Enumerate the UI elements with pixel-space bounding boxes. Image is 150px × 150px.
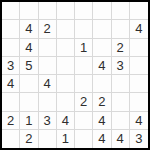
cell-r1c1[interactable] bbox=[2, 2, 20, 20]
cell-r3c5[interactable]: 1 bbox=[75, 39, 93, 57]
cell-r6c2[interactable] bbox=[20, 93, 38, 111]
cell-r2c6[interactable] bbox=[93, 20, 111, 38]
cell-r3c7[interactable]: 2 bbox=[112, 39, 130, 57]
cell-r4c4[interactable] bbox=[57, 57, 75, 75]
cell-r8c8[interactable]: 3 bbox=[130, 130, 148, 148]
cell-r5c6[interactable] bbox=[93, 75, 111, 93]
cell-r4c1[interactable]: 3 bbox=[2, 57, 20, 75]
cell-r6c7[interactable] bbox=[112, 93, 130, 111]
cell-r7c1[interactable]: 2 bbox=[2, 112, 20, 130]
cell-r5c4[interactable] bbox=[57, 75, 75, 93]
cell-r2c5[interactable] bbox=[75, 20, 93, 38]
cell-r2c8[interactable]: 4 bbox=[130, 20, 148, 38]
cell-r8c4[interactable]: 1 bbox=[57, 130, 75, 148]
cell-r2c7[interactable] bbox=[112, 20, 130, 38]
cell-r1c8[interactable] bbox=[130, 2, 148, 20]
cell-r6c8[interactable] bbox=[130, 93, 148, 111]
cell-r4c3[interactable] bbox=[39, 57, 57, 75]
cell-r1c6[interactable] bbox=[93, 2, 111, 20]
cell-r7c2[interactable]: 1 bbox=[20, 112, 38, 130]
cell-r7c8[interactable]: 4 bbox=[130, 112, 148, 130]
cell-r4c8[interactable] bbox=[130, 57, 148, 75]
cell-r6c4[interactable] bbox=[57, 93, 75, 111]
puzzle-board: 4244123543442221344421443 bbox=[0, 0, 150, 150]
cell-r5c8[interactable] bbox=[130, 75, 148, 93]
cell-r3c4[interactable] bbox=[57, 39, 75, 57]
cell-r2c2[interactable]: 4 bbox=[20, 20, 38, 38]
cell-r7c5[interactable] bbox=[75, 112, 93, 130]
cell-r2c4[interactable] bbox=[57, 20, 75, 38]
cell-r1c2[interactable] bbox=[20, 2, 38, 20]
cell-r6c6[interactable]: 2 bbox=[93, 93, 111, 111]
cell-r7c7[interactable] bbox=[112, 112, 130, 130]
cell-r8c2[interactable]: 2 bbox=[20, 130, 38, 148]
cell-r4c7[interactable]: 3 bbox=[112, 57, 130, 75]
cell-r1c3[interactable] bbox=[39, 2, 57, 20]
cell-r8c6[interactable]: 4 bbox=[93, 130, 111, 148]
cell-r3c2[interactable]: 4 bbox=[20, 39, 38, 57]
cell-r3c6[interactable] bbox=[93, 39, 111, 57]
cell-r6c3[interactable] bbox=[39, 93, 57, 111]
cell-r4c5[interactable] bbox=[75, 57, 93, 75]
cell-r1c4[interactable] bbox=[57, 2, 75, 20]
cell-r3c8[interactable] bbox=[130, 39, 148, 57]
cell-r3c3[interactable] bbox=[39, 39, 57, 57]
cell-r3c1[interactable] bbox=[2, 39, 20, 57]
cell-r8c3[interactable] bbox=[39, 130, 57, 148]
cell-r5c7[interactable] bbox=[112, 75, 130, 93]
cell-r7c4[interactable]: 4 bbox=[57, 112, 75, 130]
cell-r2c1[interactable] bbox=[2, 20, 20, 38]
cell-r1c5[interactable] bbox=[75, 2, 93, 20]
cell-r5c3[interactable]: 4 bbox=[39, 75, 57, 93]
cell-r7c6[interactable]: 4 bbox=[93, 112, 111, 130]
cell-r8c7[interactable]: 4 bbox=[112, 130, 130, 148]
cell-r8c5[interactable] bbox=[75, 130, 93, 148]
cell-r5c5[interactable] bbox=[75, 75, 93, 93]
cell-r4c6[interactable]: 4 bbox=[93, 57, 111, 75]
cell-r6c5[interactable]: 2 bbox=[75, 93, 93, 111]
cell-r2c3[interactable]: 2 bbox=[39, 20, 57, 38]
cell-r5c1[interactable]: 4 bbox=[2, 75, 20, 93]
cell-r1c7[interactable] bbox=[112, 2, 130, 20]
cell-r4c2[interactable]: 5 bbox=[20, 57, 38, 75]
cell-r6c1[interactable] bbox=[2, 93, 20, 111]
cell-r8c1[interactable] bbox=[2, 130, 20, 148]
cell-r5c2[interactable] bbox=[20, 75, 38, 93]
cell-r7c3[interactable]: 3 bbox=[39, 112, 57, 130]
